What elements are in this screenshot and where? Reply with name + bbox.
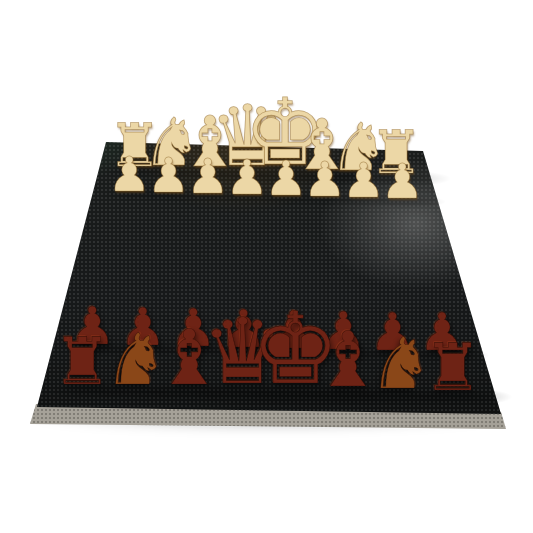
dark-rook[interactable]: ♜ [53, 329, 111, 394]
cream-pawn[interactable]: ♟ [108, 150, 151, 198]
cream-pawn[interactable]: ♟ [264, 154, 307, 202]
cream-pawn[interactable]: ♟ [381, 157, 424, 205]
cream-pawn[interactable]: ♟ [147, 151, 190, 199]
chessboard-photo-scene: ♜♞♝♛♚♝♞♜♟♟♟♟♟♟♟♟♟♟♟♟♟♟♟♟♜♞♝♛♚♝♞♜ [0, 0, 533, 533]
cream-pawn[interactable]: ♟ [186, 152, 229, 200]
dark-rook[interactable]: ♜ [424, 335, 482, 400]
cream-pawn[interactable]: ♟ [342, 156, 385, 204]
cream-pawn[interactable]: ♟ [225, 153, 268, 201]
cream-pawn[interactable]: ♟ [303, 155, 346, 203]
